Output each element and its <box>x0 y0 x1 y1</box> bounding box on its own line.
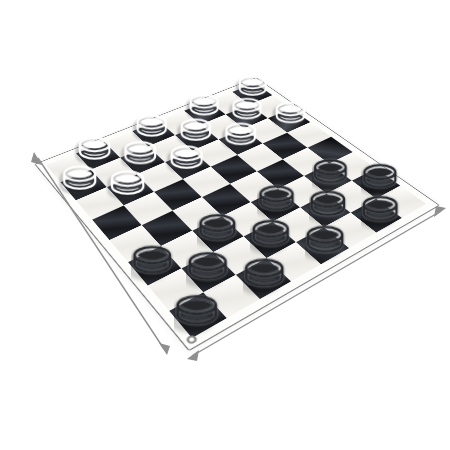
checkers-board: ⛂⛂⛂⛂⛂⛂⛂⛂⛂⛂⛂⛂⛂⛂⛂⛂⛂⛂⛂⛂⛂⛂⛂⛂ <box>34 77 440 351</box>
black-checker-piece: ⛂ <box>174 280 219 334</box>
arrowhead-icon <box>187 350 199 361</box>
black-checker-piece: ⛂ <box>243 244 286 295</box>
arrowhead-icon <box>159 343 170 355</box>
white-checker-piece: ⛂ <box>274 91 307 130</box>
black-checker-piece: ⛂ <box>305 212 346 261</box>
product-photo: ⛂⛂⛂⛂⛂⛂⛂⛂⛂⛂⛂⛂⛂⛂⛂⛂⛂⛂⛂⛂⛂⛂⛂⛂ <box>0 0 450 450</box>
board-scene: ⛂⛂⛂⛂⛂⛂⛂⛂⛂⛂⛂⛂⛂⛂⛂⛂⛂⛂⛂⛂⛂⛂⛂⛂ <box>85 39 375 329</box>
white-checker-piece: ⛂ <box>109 158 146 203</box>
white-checker-piece: ⛂ <box>61 153 98 197</box>
white-checker-piece: ⛂ <box>224 111 258 152</box>
black-checker-piece: ⛂ <box>361 183 400 230</box>
black-checker-piece: ⛂ <box>131 232 173 282</box>
board-grid: ⛂⛂⛂⛂⛂⛂⛂⛂⛂⛂⛂⛂⛂⛂⛂⛂⛂⛂⛂⛂⛂⛂⛂⛂ <box>46 83 426 338</box>
white-checker-piece: ⛂ <box>169 133 205 176</box>
